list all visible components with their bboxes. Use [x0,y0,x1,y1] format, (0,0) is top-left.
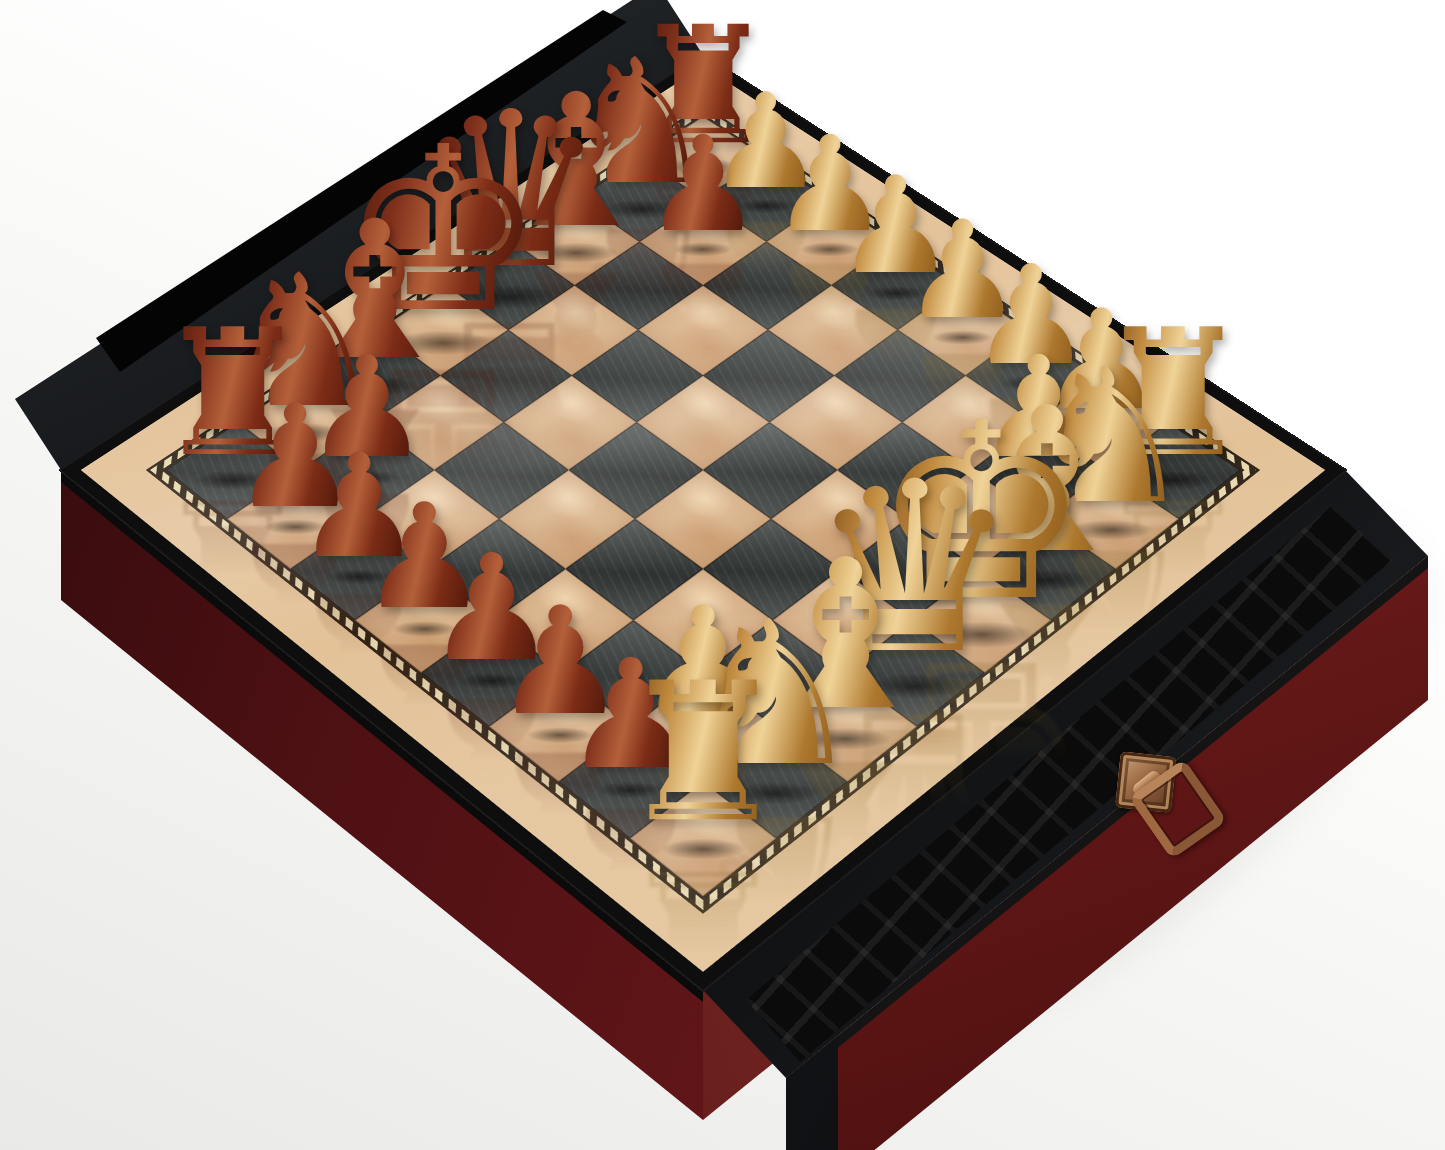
rook-glyph: ♜ [617,659,788,850]
pawn-glyph: ♟ [644,118,762,250]
piece-reflection: ♟ [644,244,762,376]
piece-reflection: ♜ [617,842,788,1033]
product-photo: ♜♜♟♟♟♟♟♟♟♟♟♟♟♟♜♜♞♞♟♟♟♟♞♞♝♝♝♝♛♛♚♚♚♚♛♛♝♝♝♝… [0,0,1445,1150]
pieces-layer: ♜♜♟♟♟♟♟♟♟♟♟♟♟♟♜♜♞♞♟♟♟♟♞♞♝♝♝♝♛♛♚♚♚♚♛♛♝♝♝♝… [0,0,1445,1150]
piece-white-rook-h1[interactable]: ♜♜ [617,659,788,850]
piece-black-pawn-b7[interactable]: ♟♟ [644,118,762,250]
